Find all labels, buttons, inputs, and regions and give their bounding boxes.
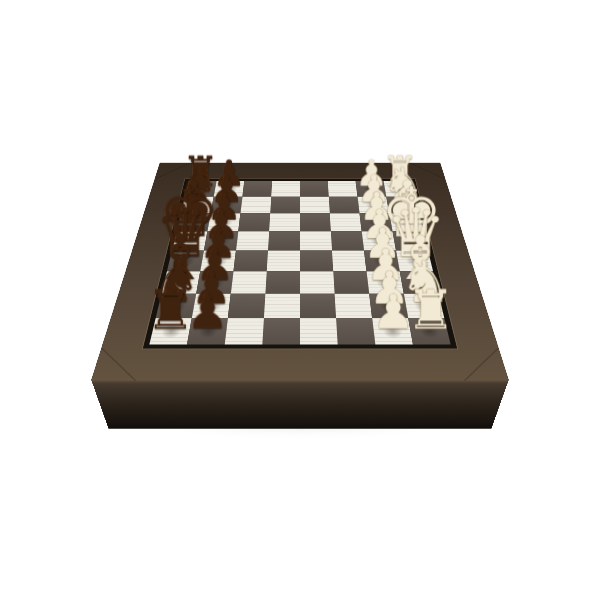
square-a1: ♜ [408,318,450,344]
square-g5 [270,197,300,214]
square-c3 [333,271,369,293]
square-d6 [233,250,268,271]
piece-wR-a1: ♜ [406,282,455,336]
square-c6 [231,271,267,293]
square-a4 [300,318,338,344]
square-a3 [336,318,375,344]
square-d5 [267,250,300,271]
square-f6 [238,213,270,231]
square-f3 [330,213,362,231]
box-top-face: ♜♟♟♜♞♟♟♞♝♟♟♝♚♟♟♚♛♟♟♛♝♟♟♝♞♟♟♞♜♟♟♜ [91,163,509,381]
square-h5 [271,181,300,197]
square-a8: ♜ [149,318,191,344]
square-e3 [331,231,364,250]
square-b6 [228,294,266,318]
board-black-trim: ♜♟♟♜♞♟♟♞♝♟♟♝♚♟♟♚♛♟♟♛♝♟♟♝♞♟♟♞♜♟♟♜ [143,179,457,349]
piece-bR-a8: ♜ [145,282,194,336]
square-f4 [300,213,331,231]
chess-box: ♜♟♟♜♞♟♟♞♝♟♟♝♚♟♟♚♛♟♟♛♝♟♟♝♞♟♟♞♜♟♟♜ [91,163,508,380]
square-g6 [240,197,271,214]
square-f5 [269,213,300,231]
square-e4 [300,231,332,250]
square-b5 [264,294,300,318]
square-a5 [262,318,300,344]
square-e6 [236,231,269,250]
square-d4 [300,250,333,271]
product-photo-scene: ♜♟♟♜♞♟♟♞♝♟♟♝♚♟♟♚♛♟♟♛♝♟♟♝♞♟♟♞♜♟♟♜ [0,0,600,600]
square-d3 [332,250,367,271]
square-a6 [225,318,264,344]
square-b3 [335,294,373,318]
square-h6 [242,181,272,197]
square-g4 [300,197,330,214]
square-h3 [328,181,358,197]
square-b4 [300,294,336,318]
box-front-face [91,380,508,429]
chess-board: ♜♟♟♜♞♟♟♞♝♟♟♝♚♟♟♚♛♟♟♛♝♟♟♝♞♟♟♞♜♟♟♜ [149,181,450,344]
square-e5 [268,231,300,250]
square-g3 [329,197,360,214]
square-c5 [265,271,300,293]
square-h4 [300,181,329,197]
square-c4 [300,271,335,293]
